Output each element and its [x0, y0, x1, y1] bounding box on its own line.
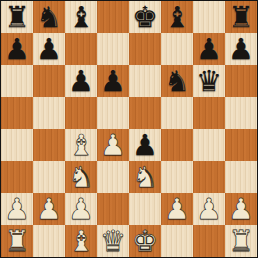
square-h2[interactable]: ♟ [225, 193, 257, 225]
square-d6[interactable]: ♟ [97, 65, 129, 97]
white-queen[interactable]: ♛ [97, 225, 129, 257]
square-d3[interactable] [97, 161, 129, 193]
square-e2[interactable] [129, 193, 161, 225]
square-g3[interactable] [193, 161, 225, 193]
white-pawn[interactable]: ♟ [33, 193, 65, 225]
square-d2[interactable] [97, 193, 129, 225]
black-pawn[interactable]: ♟ [1, 33, 33, 65]
black-pawn[interactable]: ♟ [65, 65, 97, 97]
square-f2[interactable]: ♟ [161, 193, 193, 225]
white-pawn[interactable]: ♟ [1, 193, 33, 225]
square-c5[interactable] [65, 97, 97, 129]
white-bishop[interactable]: ♝ [65, 225, 97, 257]
square-b7[interactable]: ♟ [33, 33, 65, 65]
black-pawn[interactable]: ♟ [193, 33, 225, 65]
black-pawn[interactable]: ♟ [97, 65, 129, 97]
square-a1[interactable]: ♜ [1, 225, 33, 257]
white-pawn[interactable]: ♟ [65, 193, 97, 225]
white-king[interactable]: ♚ [129, 225, 161, 257]
square-a8[interactable]: ♜ [1, 1, 33, 33]
black-rook[interactable]: ♜ [225, 1, 257, 33]
square-h5[interactable] [225, 97, 257, 129]
square-g7[interactable]: ♟ [193, 33, 225, 65]
square-c8[interactable]: ♝ [65, 1, 97, 33]
black-knight[interactable]: ♞ [161, 65, 193, 97]
square-b1[interactable] [33, 225, 65, 257]
square-b3[interactable] [33, 161, 65, 193]
square-d4[interactable]: ♟ [97, 129, 129, 161]
black-pawn[interactable]: ♟ [129, 129, 161, 161]
square-g1[interactable] [193, 225, 225, 257]
square-g4[interactable] [193, 129, 225, 161]
square-e6[interactable] [129, 65, 161, 97]
square-c4[interactable]: ♝ [65, 129, 97, 161]
square-d5[interactable] [97, 97, 129, 129]
square-d1[interactable]: ♛ [97, 225, 129, 257]
square-c7[interactable] [65, 33, 97, 65]
square-h3[interactable] [225, 161, 257, 193]
square-c1[interactable]: ♝ [65, 225, 97, 257]
black-king[interactable]: ♚ [129, 1, 161, 33]
square-f7[interactable] [161, 33, 193, 65]
square-a6[interactable] [1, 65, 33, 97]
white-bishop[interactable]: ♝ [65, 129, 97, 161]
square-h8[interactable]: ♜ [225, 1, 257, 33]
black-pawn[interactable]: ♟ [225, 33, 257, 65]
square-b2[interactable]: ♟ [33, 193, 65, 225]
square-d8[interactable] [97, 1, 129, 33]
square-g8[interactable] [193, 1, 225, 33]
square-c3[interactable]: ♞ [65, 161, 97, 193]
square-b4[interactable] [33, 129, 65, 161]
square-a2[interactable]: ♟ [1, 193, 33, 225]
square-e4[interactable]: ♟ [129, 129, 161, 161]
square-e7[interactable] [129, 33, 161, 65]
square-e1[interactable]: ♚ [129, 225, 161, 257]
white-pawn[interactable]: ♟ [161, 193, 193, 225]
square-h6[interactable] [225, 65, 257, 97]
square-a4[interactable] [1, 129, 33, 161]
square-c2[interactable]: ♟ [65, 193, 97, 225]
chess-board: ♜♞♝♚♝♜♟♟♟♟♟♟♞♛♝♟♟♞♞♟♟♟♟♟♟♜♝♛♚♜ [0, 0, 258, 258]
square-e5[interactable] [129, 97, 161, 129]
square-h1[interactable]: ♜ [225, 225, 257, 257]
square-g2[interactable]: ♟ [193, 193, 225, 225]
square-c6[interactable]: ♟ [65, 65, 97, 97]
white-rook[interactable]: ♜ [1, 225, 33, 257]
square-e8[interactable]: ♚ [129, 1, 161, 33]
square-b8[interactable]: ♞ [33, 1, 65, 33]
square-d7[interactable] [97, 33, 129, 65]
black-queen[interactable]: ♛ [193, 65, 225, 97]
square-b6[interactable] [33, 65, 65, 97]
square-a3[interactable] [1, 161, 33, 193]
square-g6[interactable]: ♛ [193, 65, 225, 97]
black-bishop[interactable]: ♝ [161, 1, 193, 33]
square-f5[interactable] [161, 97, 193, 129]
square-g5[interactable] [193, 97, 225, 129]
white-knight[interactable]: ♞ [129, 161, 161, 193]
square-b5[interactable] [33, 97, 65, 129]
square-h7[interactable]: ♟ [225, 33, 257, 65]
square-e3[interactable]: ♞ [129, 161, 161, 193]
white-pawn[interactable]: ♟ [193, 193, 225, 225]
square-a7[interactable]: ♟ [1, 33, 33, 65]
square-f8[interactable]: ♝ [161, 1, 193, 33]
square-f1[interactable] [161, 225, 193, 257]
square-f4[interactable] [161, 129, 193, 161]
black-knight[interactable]: ♞ [33, 1, 65, 33]
white-pawn[interactable]: ♟ [97, 129, 129, 161]
square-a5[interactable] [1, 97, 33, 129]
black-rook[interactable]: ♜ [1, 1, 33, 33]
square-f3[interactable] [161, 161, 193, 193]
white-rook[interactable]: ♜ [225, 225, 257, 257]
white-knight[interactable]: ♞ [65, 161, 97, 193]
black-bishop[interactable]: ♝ [65, 1, 97, 33]
square-h4[interactable] [225, 129, 257, 161]
white-pawn[interactable]: ♟ [225, 193, 257, 225]
square-f6[interactable]: ♞ [161, 65, 193, 97]
black-pawn[interactable]: ♟ [33, 33, 65, 65]
